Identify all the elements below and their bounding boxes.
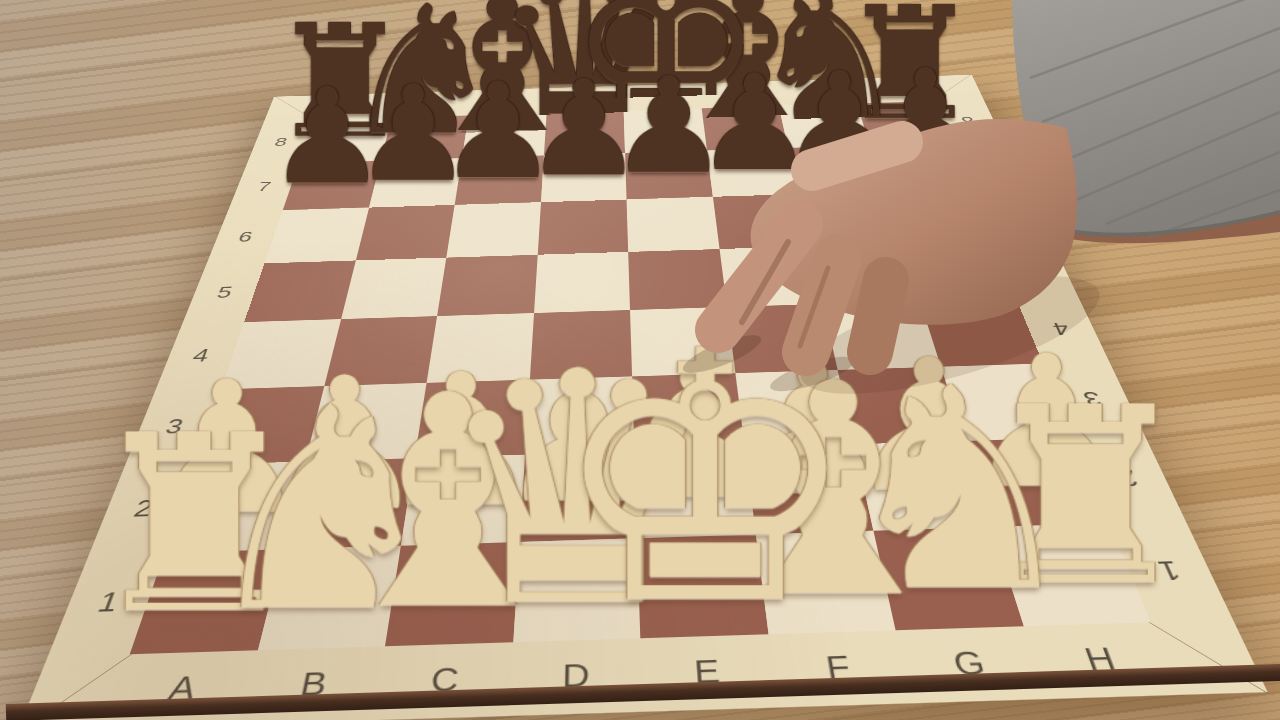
square-c6[interactable] bbox=[446, 202, 540, 257]
square-f6[interactable] bbox=[712, 194, 809, 249]
square-e1[interactable]: ♚ bbox=[637, 534, 768, 638]
perspective-scene: ABCDEFGH ABCDEFGH 87654321 87654321 ♜♞♝♛… bbox=[0, 0, 1280, 720]
square-b5[interactable] bbox=[341, 257, 447, 319]
chess-board: ABCDEFGH ABCDEFGH 87654321 87654321 ♜♞♝♛… bbox=[18, 75, 1268, 720]
piece-white-king-e1[interactable]: ♚ bbox=[505, 306, 907, 651]
chess-photo-scene: ABCDEFGH ABCDEFGH 87654321 87654321 ♜♞♝♛… bbox=[0, 0, 1280, 720]
square-b6[interactable] bbox=[355, 205, 454, 260]
square-d6[interactable] bbox=[537, 200, 628, 255]
square-h7[interactable]: ♟ bbox=[870, 143, 971, 192]
piece-black-pawn-h7[interactable]: ♟ bbox=[792, 51, 1058, 184]
square-g6[interactable] bbox=[798, 191, 900, 245]
square-e6[interactable] bbox=[627, 197, 720, 252]
square-a6[interactable] bbox=[265, 208, 369, 263]
